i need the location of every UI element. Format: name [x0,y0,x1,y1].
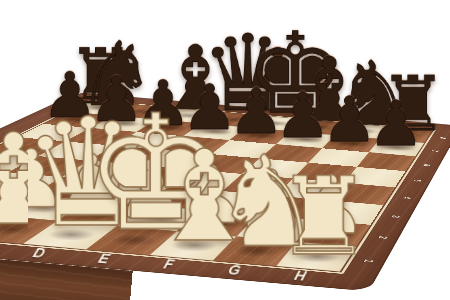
board-frame [0,92,450,291]
chess-board: ♜♞♝♛♚♝♞♜♟♟♟♟♟♟♟♟♟♟♟♟♟♟♟♟♜♞♝♛♚♝♞♜ ABCDEFG… [0,92,450,291]
brass-clasp [190,285,210,300]
chess-set-photo: ♜♞♝♛♚♝♞♜♟♟♟♟♟♟♟♟♟♟♟♟♟♟♟♟♜♞♝♛♚♝♞♜ ABCDEFG… [0,0,450,300]
